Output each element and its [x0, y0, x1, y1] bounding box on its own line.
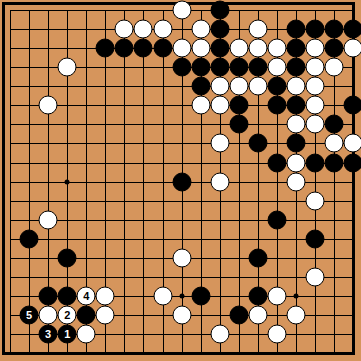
black-stone: [191, 77, 210, 96]
white-stone: [210, 96, 229, 115]
grid-line-horizontal: [10, 201, 353, 202]
black-stone: [306, 229, 325, 248]
black-stone: [96, 39, 115, 58]
hoshi-dot: [179, 294, 184, 299]
black-stone: [229, 306, 248, 325]
white-stone-move-4: 4: [77, 287, 96, 306]
white-stone: [153, 20, 172, 39]
black-stone: [229, 58, 248, 77]
white-stone: [229, 39, 248, 58]
black-stone: [172, 58, 191, 77]
black-stone: [153, 39, 172, 58]
white-stone: [229, 77, 248, 96]
white-stone: [172, 39, 191, 58]
black-stone: [325, 20, 344, 39]
black-stone: [287, 96, 306, 115]
white-stone: [210, 134, 229, 153]
black-stone: [39, 287, 58, 306]
white-stone: [344, 39, 361, 58]
white-stone: [153, 287, 172, 306]
white-stone: [39, 306, 58, 325]
black-stone: [267, 77, 286, 96]
black-stone: [287, 39, 306, 58]
white-stone: [306, 191, 325, 210]
black-stone: [172, 172, 191, 191]
white-stone: [287, 115, 306, 134]
black-stone: [287, 58, 306, 77]
white-stone: [210, 77, 229, 96]
white-stone: [248, 20, 267, 39]
white-stone: [248, 39, 267, 58]
white-stone: [287, 153, 306, 172]
white-stone: [191, 20, 210, 39]
white-stone: [306, 115, 325, 134]
white-stone: [210, 172, 229, 191]
white-stone: [287, 306, 306, 325]
go-board-screenshot: 45231: [0, 0, 361, 361]
black-stone: [210, 20, 229, 39]
black-stone: [210, 58, 229, 77]
black-stone-move-5: 5: [20, 306, 39, 325]
black-stone: [306, 20, 325, 39]
black-stone: [325, 39, 344, 58]
black-stone: [344, 20, 361, 39]
white-stone-move-2: 2: [58, 306, 77, 325]
black-stone: [325, 115, 344, 134]
black-stone: [229, 115, 248, 134]
black-stone: [344, 153, 361, 172]
white-stone: [248, 306, 267, 325]
black-stone: [248, 287, 267, 306]
black-stone: [58, 248, 77, 267]
black-stone: [20, 229, 39, 248]
white-stone: [39, 210, 58, 229]
white-stone: [191, 39, 210, 58]
white-stone: [306, 39, 325, 58]
white-stone: [267, 39, 286, 58]
black-stone: [210, 39, 229, 58]
white-stone: [210, 325, 229, 344]
white-stone: [306, 58, 325, 77]
black-stone: [134, 39, 153, 58]
white-stone: [267, 325, 286, 344]
grid-line-horizontal: [10, 353, 353, 354]
hoshi-dot: [65, 179, 70, 184]
black-stone: [115, 39, 134, 58]
white-stone: [267, 58, 286, 77]
white-stone: [306, 77, 325, 96]
black-stone: [287, 134, 306, 153]
black-stone: [191, 287, 210, 306]
black-stone: [267, 210, 286, 229]
white-stone: [287, 172, 306, 191]
white-stone: [96, 287, 115, 306]
black-stone: [248, 248, 267, 267]
white-stone: [58, 58, 77, 77]
grid-line-horizontal: [10, 220, 353, 221]
white-stone: [96, 306, 115, 325]
white-stone: [115, 20, 134, 39]
grid-line-horizontal: [10, 277, 353, 278]
white-stone: [306, 96, 325, 115]
black-stone-move-1: 1: [58, 325, 77, 344]
white-stone: [267, 287, 286, 306]
black-stone: [287, 20, 306, 39]
white-stone: [39, 96, 58, 115]
black-stone: [210, 1, 229, 20]
white-stone: [344, 134, 361, 153]
black-stone: [267, 96, 286, 115]
white-stone: [325, 134, 344, 153]
black-stone: [191, 58, 210, 77]
black-stone: [325, 153, 344, 172]
white-stone: [134, 20, 153, 39]
black-stone: [58, 287, 77, 306]
white-stone: [172, 248, 191, 267]
black-stone: [248, 58, 267, 77]
white-stone: [191, 96, 210, 115]
white-stone: [325, 58, 344, 77]
white-stone: [77, 325, 96, 344]
hoshi-dot: [294, 294, 299, 299]
white-stone: [172, 1, 191, 20]
black-stone: [248, 134, 267, 153]
white-stone: [287, 77, 306, 96]
white-stone: [248, 77, 267, 96]
grid-line-horizontal: [10, 239, 353, 240]
black-stone: [77, 306, 96, 325]
black-stone-move-3: 3: [39, 325, 58, 344]
black-stone: [306, 153, 325, 172]
black-stone: [344, 96, 361, 115]
white-stone: [306, 267, 325, 286]
goban[interactable]: 45231: [0, 0, 361, 361]
white-stone: [172, 306, 191, 325]
black-stone: [267, 153, 286, 172]
black-stone: [229, 96, 248, 115]
grid-line-vertical: [353, 10, 354, 353]
